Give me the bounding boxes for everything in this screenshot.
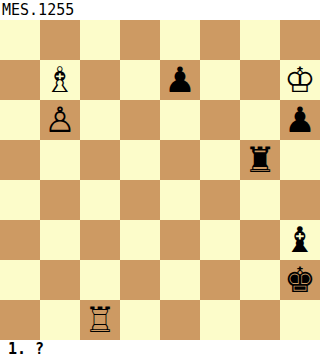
- square-c7[interactable]: [80, 60, 120, 100]
- square-h4[interactable]: [280, 180, 320, 220]
- square-h6[interactable]: ♟: [280, 100, 320, 140]
- square-a6[interactable]: [0, 100, 40, 140]
- square-b6[interactable]: ♙: [40, 100, 80, 140]
- square-a3[interactable]: [0, 220, 40, 260]
- white-rook: ♖: [84, 300, 115, 340]
- square-c6[interactable]: [80, 100, 120, 140]
- square-e8[interactable]: [160, 20, 200, 60]
- square-a4[interactable]: [0, 180, 40, 220]
- square-c8[interactable]: [80, 20, 120, 60]
- square-h8[interactable]: [280, 20, 320, 60]
- white-bishop: ♗: [44, 60, 75, 100]
- square-e3[interactable]: [160, 220, 200, 260]
- square-c4[interactable]: [80, 180, 120, 220]
- square-e6[interactable]: [160, 100, 200, 140]
- square-d6[interactable]: [120, 100, 160, 140]
- white-king: ♔: [284, 60, 315, 100]
- square-b8[interactable]: [40, 20, 80, 60]
- square-e5[interactable]: [160, 140, 200, 180]
- square-g2[interactable]: [240, 260, 280, 300]
- white-pawn: ♙: [44, 100, 75, 140]
- square-b1[interactable]: [40, 300, 80, 340]
- square-d5[interactable]: [120, 140, 160, 180]
- square-e1[interactable]: [160, 300, 200, 340]
- square-h1[interactable]: [280, 300, 320, 340]
- square-g4[interactable]: [240, 180, 280, 220]
- square-g6[interactable]: [240, 100, 280, 140]
- square-g3[interactable]: [240, 220, 280, 260]
- square-e7[interactable]: ♟: [160, 60, 200, 100]
- square-f7[interactable]: [200, 60, 240, 100]
- square-b2[interactable]: [40, 260, 80, 300]
- square-a8[interactable]: [0, 20, 40, 60]
- square-f2[interactable]: [200, 260, 240, 300]
- square-e2[interactable]: [160, 260, 200, 300]
- square-c2[interactable]: [80, 260, 120, 300]
- black-pawn: ♟: [284, 100, 315, 140]
- square-c1[interactable]: ♖: [80, 300, 120, 340]
- square-f5[interactable]: [200, 140, 240, 180]
- square-d2[interactable]: [120, 260, 160, 300]
- black-bishop: ♝: [284, 220, 315, 260]
- square-d8[interactable]: [120, 20, 160, 60]
- square-g5[interactable]: ♜: [240, 140, 280, 180]
- square-h7[interactable]: ♔: [280, 60, 320, 100]
- square-h3[interactable]: ♝: [280, 220, 320, 260]
- square-h2[interactable]: ♚: [280, 260, 320, 300]
- square-b7[interactable]: ♗: [40, 60, 80, 100]
- diagram-title: MES.1255: [0, 0, 320, 20]
- square-f8[interactable]: [200, 20, 240, 60]
- chess-board: ♗♟♔♙♟♜♝♚♖: [0, 20, 320, 340]
- square-b4[interactable]: [40, 180, 80, 220]
- square-d1[interactable]: [120, 300, 160, 340]
- square-g8[interactable]: [240, 20, 280, 60]
- square-f1[interactable]: [200, 300, 240, 340]
- square-f3[interactable]: [200, 220, 240, 260]
- square-c5[interactable]: [80, 140, 120, 180]
- square-a5[interactable]: [0, 140, 40, 180]
- square-a2[interactable]: [0, 260, 40, 300]
- square-g7[interactable]: [240, 60, 280, 100]
- square-h5[interactable]: [280, 140, 320, 180]
- square-d7[interactable]: [120, 60, 160, 100]
- square-b5[interactable]: [40, 140, 80, 180]
- square-f4[interactable]: [200, 180, 240, 220]
- square-a1[interactable]: [0, 300, 40, 340]
- square-b3[interactable]: [40, 220, 80, 260]
- black-king: ♚: [284, 260, 315, 300]
- square-d4[interactable]: [120, 180, 160, 220]
- black-rook: ♜: [244, 140, 275, 180]
- square-c3[interactable]: [80, 220, 120, 260]
- square-a7[interactable]: [0, 60, 40, 100]
- square-d3[interactable]: [120, 220, 160, 260]
- square-e4[interactable]: [160, 180, 200, 220]
- square-f6[interactable]: [200, 100, 240, 140]
- move-prompt: 1. ?: [0, 340, 320, 360]
- square-g1[interactable]: [240, 300, 280, 340]
- black-pawn: ♟: [164, 60, 195, 100]
- chess-diagram: MES.1255 ♗♟♔♙♟♜♝♚♖ 1. ?: [0, 0, 320, 360]
